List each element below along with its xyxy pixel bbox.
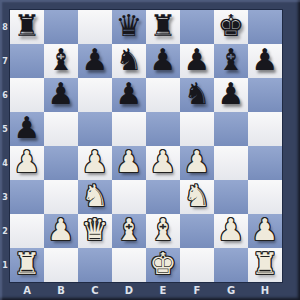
square-d1[interactable]	[112, 248, 146, 282]
square-b2[interactable]: ♟	[44, 214, 78, 248]
white-king-icon[interactable]: ♚	[150, 249, 177, 279]
square-b4[interactable]	[44, 146, 78, 180]
square-f3[interactable]: ♞	[180, 180, 214, 214]
rank-label-5: 5	[0, 112, 10, 146]
rank-labels: 87654321	[0, 10, 10, 282]
square-g2[interactable]: ♟	[214, 214, 248, 248]
square-e6[interactable]	[146, 78, 180, 112]
square-c6[interactable]	[78, 78, 112, 112]
white-queen-icon[interactable]: ♛	[82, 215, 109, 245]
black-pawn-icon[interactable]: ♟	[184, 45, 211, 75]
white-pawn-icon[interactable]: ♟	[48, 215, 75, 245]
square-b8[interactable]	[44, 10, 78, 44]
square-a2[interactable]	[10, 214, 44, 248]
square-d2[interactable]: ♝	[112, 214, 146, 248]
white-pawn-icon[interactable]: ♟	[218, 215, 245, 245]
square-d8[interactable]: ♛	[112, 10, 146, 44]
square-g5[interactable]	[214, 112, 248, 146]
square-f7[interactable]: ♟	[180, 44, 214, 78]
square-f6[interactable]: ♞	[180, 78, 214, 112]
square-c2[interactable]: ♛	[78, 214, 112, 248]
board: ♜♛♜♚♝♟♞♟♟♝♟♟♟♞♟♟♟♟♟♟♟♞♞♟♛♝♝♟♟♜♚♜	[10, 10, 282, 282]
square-g7[interactable]: ♝	[214, 44, 248, 78]
file-labels: ABCDEFGH	[10, 282, 282, 300]
square-d6[interactable]: ♟	[112, 78, 146, 112]
rank-label-6: 6	[0, 78, 10, 112]
square-e8[interactable]: ♜	[146, 10, 180, 44]
square-c1[interactable]	[78, 248, 112, 282]
file-label-f: F	[180, 282, 214, 300]
file-label-d: D	[112, 282, 146, 300]
square-c8[interactable]	[78, 10, 112, 44]
square-e1[interactable]: ♚	[146, 248, 180, 282]
square-h6[interactable]	[248, 78, 282, 112]
file-label-e: E	[146, 282, 180, 300]
square-d3[interactable]	[112, 180, 146, 214]
square-g6[interactable]: ♟	[214, 78, 248, 112]
file-label-a: A	[10, 282, 44, 300]
white-pawn-icon[interactable]: ♟	[14, 147, 41, 177]
square-g8[interactable]: ♚	[214, 10, 248, 44]
white-rook-icon[interactable]: ♜	[252, 249, 279, 279]
square-e5[interactable]	[146, 112, 180, 146]
rank-label-7: 7	[0, 44, 10, 78]
rank-label-1: 1	[0, 248, 10, 282]
square-g1[interactable]	[214, 248, 248, 282]
square-c5[interactable]	[78, 112, 112, 146]
white-bishop-icon[interactable]: ♝	[150, 215, 177, 245]
square-a1[interactable]: ♜	[10, 248, 44, 282]
square-b5[interactable]	[44, 112, 78, 146]
rank-label-4: 4	[0, 146, 10, 180]
square-a4[interactable]: ♟	[10, 146, 44, 180]
white-knight-icon[interactable]: ♞	[82, 181, 109, 211]
square-b6[interactable]: ♟	[44, 78, 78, 112]
white-knight-icon[interactable]: ♞	[184, 181, 211, 211]
square-a6[interactable]	[10, 78, 44, 112]
square-b3[interactable]	[44, 180, 78, 214]
square-g4[interactable]	[214, 146, 248, 180]
square-f5[interactable]	[180, 112, 214, 146]
black-pawn-icon[interactable]: ♟	[14, 113, 41, 143]
square-g3[interactable]	[214, 180, 248, 214]
rank-label-8: 8	[0, 10, 10, 44]
black-pawn-icon[interactable]: ♟	[150, 45, 177, 75]
square-a8[interactable]: ♜	[10, 10, 44, 44]
black-pawn-icon[interactable]: ♟	[48, 79, 75, 109]
square-c3[interactable]: ♞	[78, 180, 112, 214]
black-rook-icon[interactable]: ♜	[150, 11, 177, 41]
square-h3[interactable]	[248, 180, 282, 214]
square-h7[interactable]: ♟	[248, 44, 282, 78]
file-label-b: B	[44, 282, 78, 300]
square-b7[interactable]: ♝	[44, 44, 78, 78]
square-f2[interactable]	[180, 214, 214, 248]
black-knight-icon[interactable]: ♞	[116, 45, 143, 75]
square-f8[interactable]	[180, 10, 214, 44]
square-d5[interactable]	[112, 112, 146, 146]
square-h4[interactable]	[248, 146, 282, 180]
square-a7[interactable]	[10, 44, 44, 78]
chess-board-frame: 87654321 ♜♛♜♚♝♟♞♟♟♝♟♟♟♞♟♟♟♟♟♟♟♞♞♟♛♝♝♟♟♜♚…	[0, 0, 300, 300]
square-e4[interactable]: ♟	[146, 146, 180, 180]
white-pawn-icon[interactable]: ♟	[150, 147, 177, 177]
square-h8[interactable]	[248, 10, 282, 44]
white-pawn-icon[interactable]: ♟	[252, 215, 279, 245]
square-e2[interactable]: ♝	[146, 214, 180, 248]
black-pawn-icon[interactable]: ♟	[252, 45, 279, 75]
square-a3[interactable]	[10, 180, 44, 214]
rank-label-2: 2	[0, 214, 10, 248]
black-pawn-icon[interactable]: ♟	[218, 79, 245, 109]
square-f4[interactable]: ♟	[180, 146, 214, 180]
rank-label-3: 3	[0, 180, 10, 214]
square-b1[interactable]	[44, 248, 78, 282]
black-rook-icon[interactable]: ♜	[14, 11, 41, 41]
black-knight-icon[interactable]: ♞	[184, 79, 211, 109]
square-c4[interactable]: ♟	[78, 146, 112, 180]
white-pawn-icon[interactable]: ♟	[116, 147, 143, 177]
black-queen-icon[interactable]: ♛	[116, 11, 143, 41]
white-pawn-icon[interactable]: ♟	[184, 147, 211, 177]
black-pawn-icon[interactable]: ♟	[116, 79, 143, 109]
black-bishop-icon[interactable]: ♝	[48, 45, 75, 75]
white-pawn-icon[interactable]: ♟	[82, 147, 109, 177]
square-a5[interactable]: ♟	[10, 112, 44, 146]
black-bishop-icon[interactable]: ♝	[218, 45, 245, 75]
square-d4[interactable]: ♟	[112, 146, 146, 180]
white-rook-icon[interactable]: ♜	[14, 249, 41, 279]
square-e3[interactable]	[146, 180, 180, 214]
square-h5[interactable]	[248, 112, 282, 146]
square-e7[interactable]: ♟	[146, 44, 180, 78]
white-bishop-icon[interactable]: ♝	[116, 215, 143, 245]
file-label-c: C	[78, 282, 112, 300]
square-h2[interactable]: ♟	[248, 214, 282, 248]
black-pawn-icon[interactable]: ♟	[82, 45, 109, 75]
square-f1[interactable]	[180, 248, 214, 282]
square-d7[interactable]: ♞	[112, 44, 146, 78]
file-label-g: G	[214, 282, 248, 300]
square-c7[interactable]: ♟	[78, 44, 112, 78]
square-h1[interactable]: ♜	[248, 248, 282, 282]
file-label-h: H	[248, 282, 282, 300]
black-king-icon[interactable]: ♚	[218, 11, 245, 41]
